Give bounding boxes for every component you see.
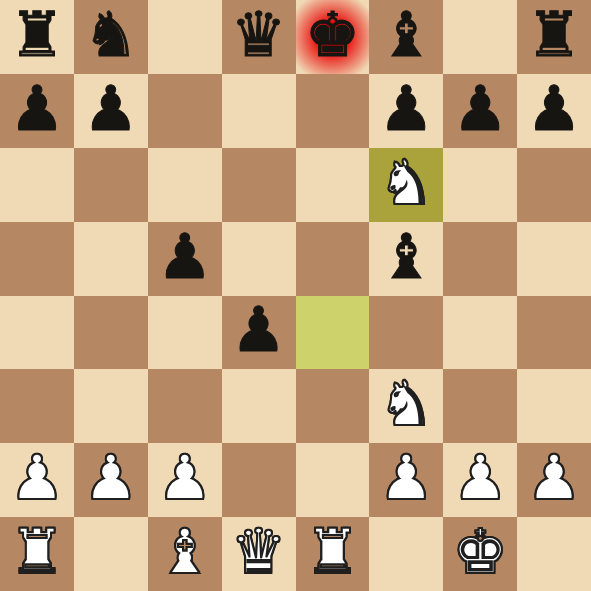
square-f8[interactable]: ♝ bbox=[369, 0, 443, 74]
square-f1[interactable] bbox=[369, 517, 443, 591]
white-knight[interactable]: ♞ bbox=[379, 373, 435, 435]
square-f6[interactable]: ♞ bbox=[369, 148, 443, 222]
black-pawn[interactable]: ♟ bbox=[526, 78, 582, 140]
square-b6[interactable] bbox=[74, 148, 148, 222]
chess-board: ♜♞♛♚♝♜♟♟♟♟♟♞♟♝♟♞♟♟♟♟♟♟♜♝♛♜♚ bbox=[0, 0, 591, 591]
black-pawn[interactable]: ♟ bbox=[231, 299, 287, 361]
square-h5[interactable] bbox=[517, 222, 591, 296]
white-pawn[interactable]: ♟ bbox=[83, 447, 139, 509]
white-bishop[interactable]: ♝ bbox=[157, 521, 213, 583]
square-a7[interactable]: ♟ bbox=[0, 74, 74, 148]
square-b7[interactable]: ♟ bbox=[74, 74, 148, 148]
square-a3[interactable] bbox=[0, 369, 74, 443]
square-h7[interactable]: ♟ bbox=[517, 74, 591, 148]
square-g8[interactable] bbox=[443, 0, 517, 74]
square-h3[interactable] bbox=[517, 369, 591, 443]
square-e1[interactable]: ♜ bbox=[296, 517, 370, 591]
square-c7[interactable] bbox=[148, 74, 222, 148]
square-a2[interactable]: ♟ bbox=[0, 443, 74, 517]
square-f4[interactable] bbox=[369, 296, 443, 370]
square-f2[interactable]: ♟ bbox=[369, 443, 443, 517]
square-c4[interactable] bbox=[148, 296, 222, 370]
square-a6[interactable] bbox=[0, 148, 74, 222]
square-h2[interactable]: ♟ bbox=[517, 443, 591, 517]
black-pawn[interactable]: ♟ bbox=[157, 226, 213, 288]
square-e5[interactable] bbox=[296, 222, 370, 296]
black-knight[interactable]: ♞ bbox=[83, 4, 139, 66]
white-rook[interactable]: ♜ bbox=[9, 521, 65, 583]
square-d4[interactable]: ♟ bbox=[222, 296, 296, 370]
white-rook[interactable]: ♜ bbox=[305, 521, 361, 583]
square-d2[interactable] bbox=[222, 443, 296, 517]
square-b4[interactable] bbox=[74, 296, 148, 370]
black-bishop[interactable]: ♝ bbox=[379, 4, 435, 66]
square-f7[interactable]: ♟ bbox=[369, 74, 443, 148]
square-c8[interactable] bbox=[148, 0, 222, 74]
square-g4[interactable] bbox=[443, 296, 517, 370]
square-e4[interactable] bbox=[296, 296, 370, 370]
square-e3[interactable] bbox=[296, 369, 370, 443]
square-b3[interactable] bbox=[74, 369, 148, 443]
black-queen[interactable]: ♛ bbox=[231, 4, 287, 66]
square-d6[interactable] bbox=[222, 148, 296, 222]
square-d3[interactable] bbox=[222, 369, 296, 443]
square-g5[interactable] bbox=[443, 222, 517, 296]
square-g1[interactable]: ♚ bbox=[443, 517, 517, 591]
black-rook[interactable]: ♜ bbox=[526, 4, 582, 66]
square-b2[interactable]: ♟ bbox=[74, 443, 148, 517]
white-king[interactable]: ♚ bbox=[452, 521, 508, 583]
white-pawn[interactable]: ♟ bbox=[9, 447, 65, 509]
white-pawn[interactable]: ♟ bbox=[157, 447, 213, 509]
square-e7[interactable] bbox=[296, 74, 370, 148]
square-g2[interactable]: ♟ bbox=[443, 443, 517, 517]
square-c5[interactable]: ♟ bbox=[148, 222, 222, 296]
white-pawn[interactable]: ♟ bbox=[452, 447, 508, 509]
white-queen[interactable]: ♛ bbox=[231, 521, 287, 583]
square-h8[interactable]: ♜ bbox=[517, 0, 591, 74]
square-h4[interactable] bbox=[517, 296, 591, 370]
square-e6[interactable] bbox=[296, 148, 370, 222]
square-c3[interactable] bbox=[148, 369, 222, 443]
black-rook[interactable]: ♜ bbox=[9, 4, 65, 66]
square-d7[interactable] bbox=[222, 74, 296, 148]
square-d8[interactable]: ♛ bbox=[222, 0, 296, 74]
black-bishop[interactable]: ♝ bbox=[379, 226, 435, 288]
white-knight[interactable]: ♞ bbox=[379, 152, 435, 214]
white-pawn[interactable]: ♟ bbox=[379, 447, 435, 509]
square-g7[interactable]: ♟ bbox=[443, 74, 517, 148]
square-d1[interactable]: ♛ bbox=[222, 517, 296, 591]
square-h6[interactable] bbox=[517, 148, 591, 222]
black-pawn[interactable]: ♟ bbox=[9, 78, 65, 140]
square-c6[interactable] bbox=[148, 148, 222, 222]
square-e8[interactable]: ♚ bbox=[296, 0, 370, 74]
square-b8[interactable]: ♞ bbox=[74, 0, 148, 74]
square-d5[interactable] bbox=[222, 222, 296, 296]
square-a1[interactable]: ♜ bbox=[0, 517, 74, 591]
black-pawn[interactable]: ♟ bbox=[452, 78, 508, 140]
black-pawn[interactable]: ♟ bbox=[83, 78, 139, 140]
square-a8[interactable]: ♜ bbox=[0, 0, 74, 74]
square-b5[interactable] bbox=[74, 222, 148, 296]
square-g3[interactable] bbox=[443, 369, 517, 443]
white-pawn[interactable]: ♟ bbox=[526, 447, 582, 509]
square-c2[interactable]: ♟ bbox=[148, 443, 222, 517]
square-c1[interactable]: ♝ bbox=[148, 517, 222, 591]
square-h1[interactable] bbox=[517, 517, 591, 591]
square-e2[interactable] bbox=[296, 443, 370, 517]
square-f3[interactable]: ♞ bbox=[369, 369, 443, 443]
square-b1[interactable] bbox=[74, 517, 148, 591]
square-g6[interactable] bbox=[443, 148, 517, 222]
square-a5[interactable] bbox=[0, 222, 74, 296]
black-pawn[interactable]: ♟ bbox=[379, 78, 435, 140]
square-f5[interactable]: ♝ bbox=[369, 222, 443, 296]
square-a4[interactable] bbox=[0, 296, 74, 370]
black-king[interactable]: ♚ bbox=[305, 4, 361, 66]
